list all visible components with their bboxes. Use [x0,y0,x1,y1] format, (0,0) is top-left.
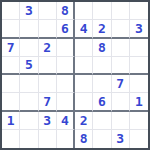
cell-r1c6[interactable] [93,2,111,20]
cell-r5c1[interactable] [2,75,20,93]
cell-r8c6[interactable] [93,130,111,148]
cell-r5c8[interactable] [130,75,148,93]
cell-r8c2[interactable] [20,130,38,148]
cell-r5c6[interactable] [93,75,111,93]
cell-r1c1[interactable] [2,2,20,20]
cell-r5c4[interactable] [57,75,75,93]
cell-r6c3[interactable]: 7 [39,93,57,111]
cell-r2c2[interactable] [20,20,38,38]
cell-r7c5[interactable]: 2 [75,112,93,130]
cell-r6c5[interactable] [75,93,93,111]
cell-r1c2[interactable]: 3 [20,2,38,20]
cell-r6c2[interactable] [20,93,38,111]
cell-r8c4[interactable] [57,130,75,148]
cell-r7c7[interactable] [112,112,130,130]
cell-r3c4[interactable] [57,39,75,57]
cell-r7c6[interactable] [93,112,111,130]
cell-r1c7[interactable] [112,2,130,20]
cell-r3c8[interactable] [130,39,148,57]
cell-r2c3[interactable] [39,20,57,38]
cell-r6c7[interactable] [112,93,130,111]
cell-r5c5[interactable] [75,75,93,93]
cell-r8c3[interactable] [39,130,57,148]
cell-r2c6[interactable]: 2 [93,20,111,38]
cell-r6c4[interactable] [57,93,75,111]
cell-r4c7[interactable] [112,57,130,75]
cell-r7c4[interactable]: 4 [57,112,75,130]
cell-r7c3[interactable]: 3 [39,112,57,130]
cell-r1c3[interactable] [39,2,57,20]
cell-r7c1[interactable]: 1 [2,112,20,130]
cell-r1c5[interactable] [75,2,93,20]
cell-r2c4[interactable]: 6 [57,20,75,38]
cell-r3c6[interactable]: 8 [93,39,111,57]
cell-r2c7[interactable] [112,20,130,38]
cell-r1c8[interactable] [130,2,148,20]
cell-r3c5[interactable] [75,39,93,57]
cell-r8c1[interactable] [2,130,20,148]
cell-r6c8[interactable]: 1 [130,93,148,111]
cell-r8c7[interactable]: 3 [112,130,130,148]
cell-r7c2[interactable] [20,112,38,130]
cell-r5c3[interactable] [39,75,57,93]
cell-r3c1[interactable]: 7 [2,39,20,57]
cell-r4c5[interactable] [75,57,93,75]
cell-r4c3[interactable] [39,57,57,75]
cell-r4c4[interactable] [57,57,75,75]
cell-r1c4[interactable]: 8 [57,2,75,20]
cell-r2c1[interactable] [2,20,20,38]
sudoku-board: 3 8 6 4 2 3 7 2 8 5 7 7 6 1 1 3 4 2 [0,0,150,150]
cell-r5c7[interactable]: 7 [112,75,130,93]
cell-r3c2[interactable] [20,39,38,57]
cell-r4c1[interactable] [2,57,20,75]
cell-r3c3[interactable]: 2 [39,39,57,57]
cell-r3c7[interactable] [112,39,130,57]
cell-r6c6[interactable]: 6 [93,93,111,111]
cell-r4c6[interactable] [93,57,111,75]
cell-r2c5[interactable]: 4 [75,20,93,38]
cell-r5c2[interactable] [20,75,38,93]
cell-r4c2[interactable]: 5 [20,57,38,75]
cell-r2c8[interactable]: 3 [130,20,148,38]
cell-r8c5[interactable]: 8 [75,130,93,148]
cell-r4c8[interactable] [130,57,148,75]
cell-r7c8[interactable] [130,112,148,130]
cell-r6c1[interactable] [2,93,20,111]
cell-r8c8[interactable] [130,130,148,148]
